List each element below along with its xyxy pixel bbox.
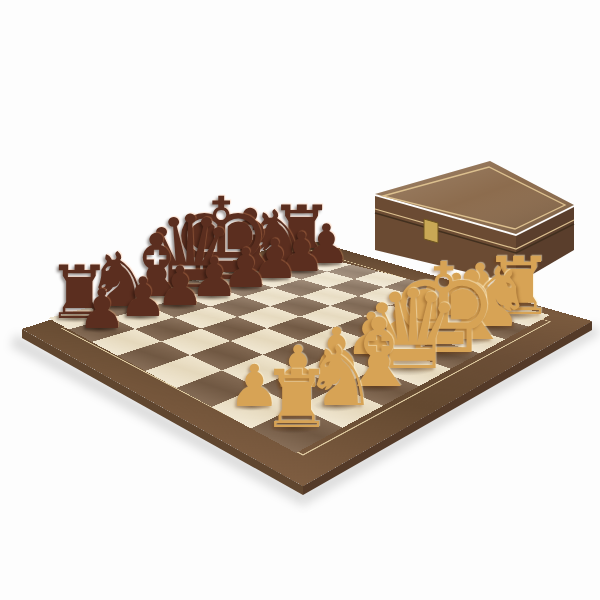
piece-white-rook-a1: ♜ — [261, 360, 333, 440]
piece-black-pawn-a7: ♟ — [78, 283, 127, 337]
chess-set-photo: ♜♟♞♟♝♟♚♟♛♟♝♟♟♞♜♟♟♜♞♟♟♝♟♚♟♛♟♝♟♞♟♜ — [0, 0, 600, 600]
pieces-layer: ♜♟♞♟♝♟♚♟♛♟♝♟♟♞♜♟♟♜♞♟♟♝♟♚♟♛♟♝♟♞♟♜ — [0, 0, 600, 600]
